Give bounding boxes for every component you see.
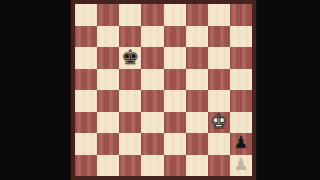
square-h7[interactable] [230, 26, 252, 48]
square-c6[interactable]: ♚ [119, 47, 141, 69]
square-f3[interactable] [186, 112, 208, 134]
square-e5[interactable] [164, 69, 186, 91]
square-a6[interactable] [75, 47, 97, 69]
square-a5[interactable] [75, 69, 97, 91]
square-c7[interactable] [119, 26, 141, 48]
square-d4[interactable] [141, 90, 163, 112]
square-e2[interactable] [164, 133, 186, 155]
square-d6[interactable] [141, 47, 163, 69]
square-e8[interactable] [164, 4, 186, 26]
square-c1[interactable] [119, 155, 141, 177]
square-h2[interactable]: ♟ [230, 133, 252, 155]
square-g5[interactable] [208, 69, 230, 91]
square-f5[interactable] [186, 69, 208, 91]
square-g2[interactable] [208, 133, 230, 155]
square-f7[interactable] [186, 26, 208, 48]
square-c8[interactable] [119, 4, 141, 26]
square-a7[interactable] [75, 26, 97, 48]
square-d7[interactable] [141, 26, 163, 48]
square-h8[interactable] [230, 4, 252, 26]
square-g1[interactable] [208, 155, 230, 177]
square-d1[interactable] [141, 155, 163, 177]
square-g3[interactable]: ♚ [208, 112, 230, 134]
square-e3[interactable] [164, 112, 186, 134]
square-f4[interactable] [186, 90, 208, 112]
square-e7[interactable] [164, 26, 186, 48]
chess-board: ♚♚♟♟ [71, 0, 256, 180]
square-a4[interactable] [75, 90, 97, 112]
square-b8[interactable] [97, 4, 119, 26]
square-e4[interactable] [164, 90, 186, 112]
square-b4[interactable] [97, 90, 119, 112]
square-h3[interactable] [230, 112, 252, 134]
square-a1[interactable] [75, 155, 97, 177]
square-h1[interactable]: ♟ [230, 155, 252, 177]
square-d8[interactable] [141, 4, 163, 26]
square-g7[interactable] [208, 26, 230, 48]
square-b7[interactable] [97, 26, 119, 48]
square-e1[interactable] [164, 155, 186, 177]
square-b6[interactable] [97, 47, 119, 69]
letterbox-background: ♚♚♟♟ [0, 0, 320, 180]
square-a3[interactable] [75, 112, 97, 134]
square-e6[interactable] [164, 47, 186, 69]
square-c5[interactable] [119, 69, 141, 91]
square-a8[interactable] [75, 4, 97, 26]
black-king[interactable]: ♚ [121, 47, 139, 67]
black-pawn[interactable]: ♟ [233, 134, 248, 151]
black-pawn-ghost: ♟ [233, 156, 248, 173]
square-a2[interactable] [75, 133, 97, 155]
square-h4[interactable] [230, 90, 252, 112]
square-b1[interactable] [97, 155, 119, 177]
square-d3[interactable] [141, 112, 163, 134]
square-b2[interactable] [97, 133, 119, 155]
square-c4[interactable] [119, 90, 141, 112]
square-c2[interactable] [119, 133, 141, 155]
white-king[interactable]: ♚ [210, 112, 228, 132]
square-g8[interactable] [208, 4, 230, 26]
board-grid: ♚♚♟♟ [75, 4, 252, 176]
square-g6[interactable] [208, 47, 230, 69]
square-b3[interactable] [97, 112, 119, 134]
square-g4[interactable] [208, 90, 230, 112]
square-b5[interactable] [97, 69, 119, 91]
square-d2[interactable] [141, 133, 163, 155]
square-f2[interactable] [186, 133, 208, 155]
square-f1[interactable] [186, 155, 208, 177]
square-h5[interactable] [230, 69, 252, 91]
square-f8[interactable] [186, 4, 208, 26]
square-c3[interactable] [119, 112, 141, 134]
square-h6[interactable] [230, 47, 252, 69]
square-f6[interactable] [186, 47, 208, 69]
square-d5[interactable] [141, 69, 163, 91]
